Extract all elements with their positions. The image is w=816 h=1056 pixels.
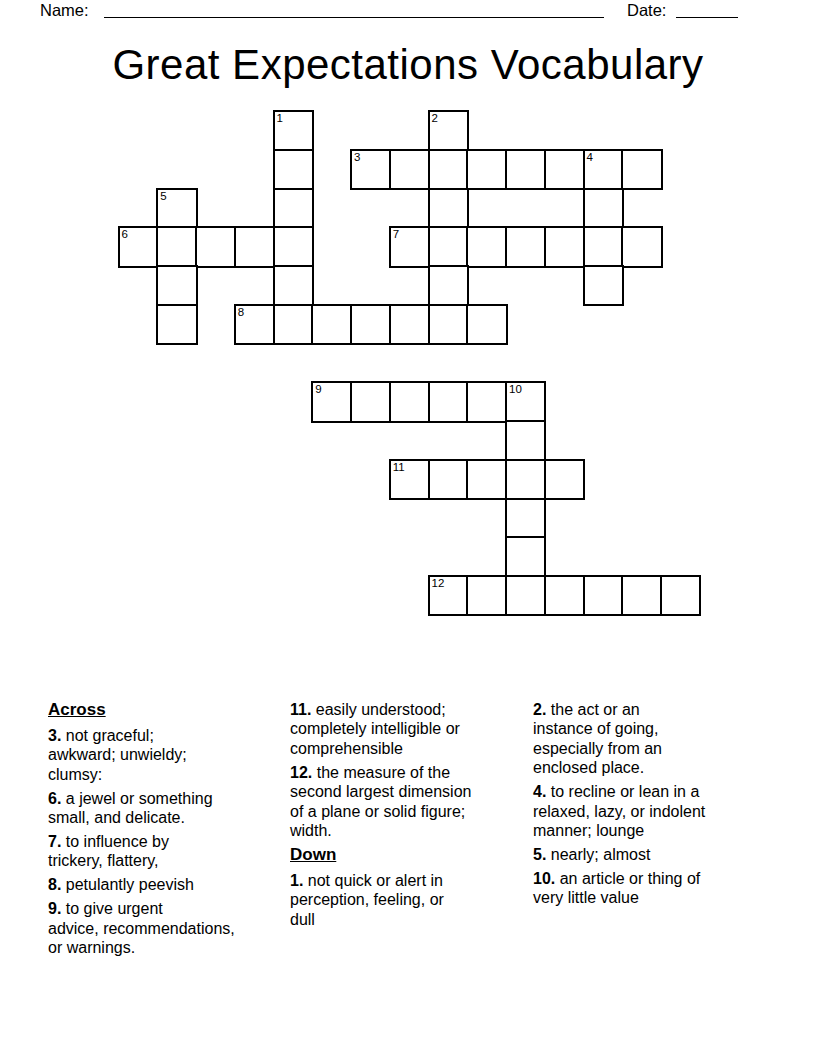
cell-r3c0[interactable]: 6 — [118, 226, 159, 267]
cell-r3c4[interactable] — [273, 226, 314, 267]
clue-1: 1. not quick or alert inperception, feel… — [290, 871, 530, 929]
cell-r3c8[interactable] — [428, 226, 469, 267]
cell-r10c10[interactable] — [505, 498, 546, 539]
cell-number-1: 1 — [277, 112, 283, 125]
cell-r1c13[interactable] — [621, 149, 662, 190]
clue-8-line-1: 8. petulantly peevish — [48, 875, 286, 894]
worksheet-page: Name: Date: Great Expectations Vocabular… — [0, 0, 816, 1056]
clue-7: 7. to influence bytrickery, flattery, — [48, 832, 286, 871]
cell-r4c1[interactable] — [156, 265, 197, 306]
clue-1-line-3: dull — [290, 910, 530, 929]
cell-r9c11[interactable] — [544, 459, 585, 500]
cell-number-4: 4 — [587, 151, 593, 164]
clue-12-line-2: second largest dimension — [290, 782, 530, 801]
clue-7-line-1: 7. to influence by — [48, 832, 286, 851]
cell-r5c4[interactable] — [273, 304, 314, 345]
cell-number-10: 10 — [509, 383, 522, 396]
clue-column-3: 2. the act or aninstance of going,especi… — [533, 700, 769, 912]
page-title: Great Expectations Vocabulary — [0, 40, 816, 90]
clue-1-line-2: perception, feeling, or — [290, 890, 530, 909]
clue-8: 8. petulantly peevish — [48, 875, 286, 894]
clue-5-line-1: 5. nearly; almost — [533, 845, 769, 864]
clue-6: 6. a jewel or somethingsmall, and delica… — [48, 789, 286, 828]
clue-number-label: 5. — [533, 846, 546, 863]
clue-10-line-2: very little value — [533, 888, 769, 907]
clue-9-line-1: 9. to give urgent — [48, 899, 286, 918]
cell-number-7: 7 — [393, 228, 399, 241]
cell-r3c2[interactable] — [195, 226, 236, 267]
date-fill-line[interactable] — [676, 17, 738, 18]
cell-r7c10[interactable]: 10 — [505, 381, 546, 422]
clue-2-line-3: especially from an — [533, 739, 769, 758]
cell-r4c8[interactable] — [428, 265, 469, 306]
clue-6-line-1: 6. a jewel or something — [48, 789, 286, 808]
cell-r1c10[interactable] — [505, 149, 546, 190]
cell-r3c7[interactable]: 7 — [389, 226, 430, 267]
cell-r1c4[interactable] — [273, 149, 314, 190]
cell-r0c4[interactable]: 1 — [273, 110, 314, 151]
clue-2-line-4: enclosed place. — [533, 758, 769, 777]
cell-r9c9[interactable] — [466, 459, 507, 500]
cell-number-9: 9 — [315, 383, 321, 396]
clue-number-label: 11. — [290, 701, 311, 718]
clue-number-label: 6. — [48, 790, 61, 807]
clue-9-line-2: advice, recommendations, — [48, 919, 286, 938]
cell-r3c13[interactable] — [621, 226, 662, 267]
clue-number-label: 4. — [533, 783, 546, 800]
cell-r3c11[interactable] — [544, 226, 585, 267]
cell-r0c8[interactable]: 2 — [428, 110, 469, 151]
cell-number-12: 12 — [432, 577, 445, 590]
cell-r5c8[interactable] — [428, 304, 469, 345]
clue-4-line-3: manner; lounge — [533, 821, 769, 840]
cell-r2c4[interactable] — [273, 188, 314, 229]
cell-r1c9[interactable] — [466, 149, 507, 190]
clue-2: 2. the act or aninstance of going,especi… — [533, 700, 769, 778]
cell-r5c1[interactable] — [156, 304, 197, 345]
cell-r9c7[interactable]: 11 — [389, 459, 430, 500]
cell-number-6: 6 — [122, 228, 128, 241]
clue-9-line-3: or warnings. — [48, 938, 286, 957]
clue-9: 9. to give urgentadvice, recommendations… — [48, 899, 286, 957]
clue-number-label: 9. — [48, 900, 61, 917]
clue-7-line-2: trickery, flattery, — [48, 851, 286, 870]
clue-3-line-3: clumsy: — [48, 765, 286, 784]
cell-number-8: 8 — [238, 306, 244, 319]
clue-2-line-1: 2. the act or an — [533, 700, 769, 719]
clue-number-label: 2. — [533, 701, 546, 718]
clue-1-line-1: 1. not quick or alert in — [290, 871, 530, 890]
clue-2-line-2: instance of going, — [533, 719, 769, 738]
clue-12-line-4: width. — [290, 821, 530, 840]
clue-11-line-1: 11. easily understood; — [290, 700, 530, 719]
cell-r12c9[interactable] — [466, 575, 507, 616]
cell-r7c9[interactable] — [466, 381, 507, 422]
clue-12: 12. the measure of thesecond largest dim… — [290, 763, 530, 841]
clue-3: 3. not graceful;awkward; unwieldy;clumsy… — [48, 726, 286, 784]
cell-r7c7[interactable] — [389, 381, 430, 422]
cell-r5c7[interactable] — [389, 304, 430, 345]
cell-number-3: 3 — [354, 151, 360, 164]
cell-r1c8[interactable] — [428, 149, 469, 190]
cell-r11c10[interactable] — [505, 536, 546, 577]
clue-10: 10. an article or thing ofvery little va… — [533, 869, 769, 908]
cell-r3c1[interactable] — [156, 226, 197, 267]
clue-3-line-2: awkward; unwieldy; — [48, 745, 286, 764]
cell-r5c9[interactable] — [466, 304, 507, 345]
cell-r4c4[interactable] — [273, 265, 314, 306]
cell-r9c10[interactable] — [505, 459, 546, 500]
cell-r12c14[interactable] — [660, 575, 701, 616]
cell-r2c8[interactable] — [428, 188, 469, 229]
cell-r4c12[interactable] — [583, 265, 624, 306]
cell-r12c10[interactable] — [505, 575, 546, 616]
clue-number-label: 12. — [290, 764, 312, 781]
cell-r8c10[interactable] — [505, 420, 546, 461]
cell-r5c3[interactable]: 8 — [234, 304, 275, 345]
clue-10-line-1: 10. an article or thing of — [533, 869, 769, 888]
clue-number-label: 1. — [290, 872, 303, 889]
cell-number-2: 2 — [432, 112, 438, 125]
clue-11-line-3: comprehensible — [290, 739, 530, 758]
crossword-grid: 123456789101112 — [118, 110, 702, 617]
cell-r12c11[interactable] — [544, 575, 585, 616]
clue-4-line-2: relaxed, lazy, or indolent — [533, 802, 769, 821]
cell-r3c9[interactable] — [466, 226, 507, 267]
cell-r1c6[interactable]: 3 — [350, 149, 391, 190]
date-label: Date: — [627, 1, 666, 19]
cell-r12c13[interactable] — [621, 575, 662, 616]
cell-r3c12[interactable] — [583, 226, 624, 267]
clue-column-2: 11. easily understood;completely intelli… — [290, 700, 530, 934]
clue-number-label: 3. — [48, 727, 61, 744]
cell-r7c5[interactable]: 9 — [311, 381, 352, 422]
down-heading: Down — [290, 845, 530, 865]
clue-number-label: 8. — [48, 876, 61, 893]
clue-4: 4. to recline or lean in arelaxed, lazy,… — [533, 782, 769, 840]
cell-number-5: 5 — [160, 190, 166, 203]
cell-r9c8[interactable] — [428, 459, 469, 500]
cell-number-11: 11 — [393, 461, 405, 474]
cell-r5c5[interactable] — [311, 304, 352, 345]
cell-r1c7[interactable] — [389, 149, 430, 190]
clue-5: 5. nearly; almost — [533, 845, 769, 864]
cell-r7c6[interactable] — [350, 381, 391, 422]
cell-r2c1[interactable]: 5 — [156, 188, 197, 229]
cell-r7c8[interactable] — [428, 381, 469, 422]
clue-12-line-3: of a plane or solid figure; — [290, 802, 530, 821]
cell-r12c8[interactable]: 12 — [428, 575, 469, 616]
clue-3-line-1: 3. not graceful; — [48, 726, 286, 745]
clue-6-line-2: small, and delicate. — [48, 808, 286, 827]
name-label: Name: — [40, 1, 89, 19]
cell-r12c12[interactable] — [583, 575, 624, 616]
across-heading: Across — [48, 700, 286, 720]
clue-4-line-1: 4. to recline or lean in a — [533, 782, 769, 801]
cell-r5c6[interactable] — [350, 304, 391, 345]
cell-r3c3[interactable] — [234, 226, 275, 267]
cell-r2c12[interactable] — [583, 188, 624, 229]
clue-11-line-2: completely intelligible or — [290, 719, 530, 738]
clue-column-1: Across3. not graceful;awkward; unwieldy;… — [48, 700, 286, 962]
clue-number-label: 10. — [533, 870, 555, 887]
cell-r1c11[interactable] — [544, 149, 585, 190]
cell-r3c10[interactable] — [505, 226, 546, 267]
clue-12-line-1: 12. the measure of the — [290, 763, 530, 782]
clue-number-label: 7. — [48, 833, 61, 850]
name-fill-line[interactable] — [104, 17, 604, 18]
clue-11: 11. easily understood;completely intelli… — [290, 700, 530, 758]
cell-r1c12[interactable]: 4 — [583, 149, 624, 190]
